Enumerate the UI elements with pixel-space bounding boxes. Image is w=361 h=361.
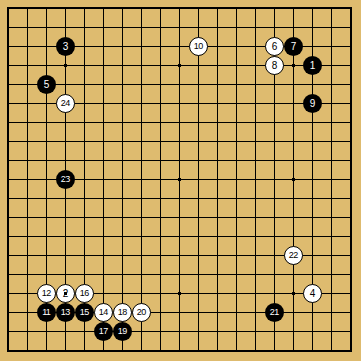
move-number: 24 xyxy=(61,99,70,108)
move-number: 9 xyxy=(310,99,316,109)
hoshi-point xyxy=(178,292,181,295)
stone-white-D14: 24 xyxy=(56,94,75,113)
stone-white-L17: 10 xyxy=(189,37,208,56)
move-number: 16 xyxy=(80,289,89,298)
move-number: 6 xyxy=(272,42,278,52)
stone-black-R16: 1 xyxy=(303,56,322,75)
move-number: 13 xyxy=(61,308,70,317)
hoshi-point xyxy=(292,178,295,181)
hoshi-point xyxy=(178,64,181,67)
stone-black-D3: 13 xyxy=(56,303,75,322)
move-number: 22 xyxy=(289,251,298,260)
stone-white-H3: 20 xyxy=(132,303,151,322)
hoshi-point xyxy=(178,178,181,181)
move-number: 8 xyxy=(272,61,278,71)
move-number: 7 xyxy=(291,42,297,52)
stone-white-R4: 4 xyxy=(303,284,322,303)
stone-black-C15: 5 xyxy=(37,75,56,94)
move-number: 4 xyxy=(310,289,316,299)
move-number: 10 xyxy=(194,42,203,51)
stone-white-P17: 6 xyxy=(265,37,284,56)
move-number: 21 xyxy=(270,308,279,317)
move-number: 1 xyxy=(310,61,316,71)
move-number: 5 xyxy=(44,80,50,90)
move-number: 19 xyxy=(118,327,127,336)
move-number: 15 xyxy=(80,308,89,317)
hoshi-point xyxy=(64,178,67,181)
hoshi-point xyxy=(64,64,67,67)
stone-white-Q6: 22 xyxy=(284,246,303,265)
stone-black-E3: 15 xyxy=(75,303,94,322)
hoshi-point xyxy=(292,64,295,67)
move-number: 12 xyxy=(42,289,51,298)
move-number: 11 xyxy=(42,308,50,317)
hoshi-point xyxy=(292,292,295,295)
stone-white-E4: 16 xyxy=(75,284,94,303)
stone-black-F2: 17 xyxy=(94,322,113,341)
go-board: 123456789101112131415161718192021222324 xyxy=(0,0,361,361)
stone-black-P3: 21 xyxy=(265,303,284,322)
move-number: 20 xyxy=(137,308,146,317)
move-number: 3 xyxy=(63,42,69,52)
stone-black-R14: 9 xyxy=(303,94,322,113)
stone-white-P16: 8 xyxy=(265,56,284,75)
stone-white-G3: 18 xyxy=(113,303,132,322)
move-number: 18 xyxy=(118,308,127,317)
move-number: 14 xyxy=(99,308,108,317)
hoshi-point xyxy=(64,292,67,295)
stone-black-G2: 19 xyxy=(113,322,132,341)
stone-black-Q17: 7 xyxy=(284,37,303,56)
stone-black-C3: 11 xyxy=(37,303,56,322)
stone-white-F3: 14 xyxy=(94,303,113,322)
move-number: 17 xyxy=(99,327,108,336)
stone-black-D17: 3 xyxy=(56,37,75,56)
stone-white-C4: 12 xyxy=(37,284,56,303)
